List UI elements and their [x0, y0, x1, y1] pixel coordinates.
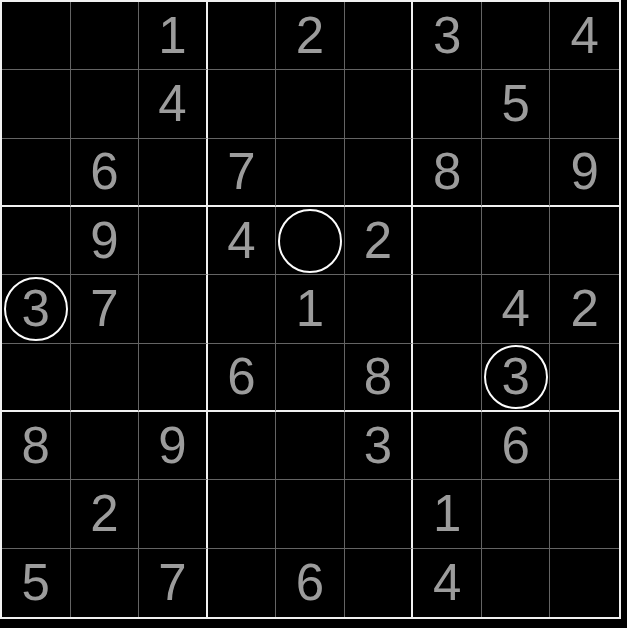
cell-r8c7[interactable]: 1 [413, 480, 482, 548]
given-digit: 7 [158, 557, 186, 608]
cell-r5c6[interactable] [345, 275, 414, 343]
cell-r6c1[interactable] [2, 344, 71, 412]
cell-r2c7[interactable] [413, 70, 482, 138]
cell-r4c6[interactable]: 2 [345, 207, 414, 275]
cell-r5c1[interactable]: 3 [2, 275, 71, 343]
cell-r2c5[interactable] [276, 70, 345, 138]
cell-r7c6[interactable]: 3 [345, 412, 414, 480]
cell-r9c6[interactable] [345, 549, 414, 617]
cell-r3c1[interactable] [2, 139, 71, 207]
cell-r6c7[interactable] [413, 344, 482, 412]
cell-r1c8[interactable] [482, 2, 551, 70]
cell-r5c9[interactable]: 2 [550, 275, 619, 343]
given-digit: 1 [296, 283, 324, 334]
cell-r7c5[interactable] [276, 412, 345, 480]
given-digit: 4 [433, 557, 461, 608]
cell-r6c3[interactable] [139, 344, 208, 412]
cell-r5c2[interactable]: 7 [71, 275, 140, 343]
given-digit: 4 [158, 78, 186, 129]
cell-r7c3[interactable]: 9 [139, 412, 208, 480]
highlight-circle [278, 209, 342, 273]
cell-r4c9[interactable] [550, 207, 619, 275]
cell-r3c2[interactable]: 6 [71, 139, 140, 207]
cell-r2c8[interactable]: 5 [482, 70, 551, 138]
cell-r3c6[interactable] [345, 139, 414, 207]
cell-r5c8[interactable]: 4 [482, 275, 551, 343]
cell-r1c1[interactable] [2, 2, 71, 70]
cell-r6c4[interactable]: 6 [208, 344, 277, 412]
cell-r5c7[interactable] [413, 275, 482, 343]
cell-r7c9[interactable] [550, 412, 619, 480]
given-digit: 8 [22, 420, 50, 471]
cell-r8c1[interactable] [2, 480, 71, 548]
given-digit: 8 [364, 351, 392, 402]
given-digit: 7 [227, 146, 255, 197]
given-digit: 5 [501, 78, 529, 129]
cell-r6c8[interactable]: 3 [482, 344, 551, 412]
cell-r9c3[interactable]: 7 [139, 549, 208, 617]
cell-r8c3[interactable] [139, 480, 208, 548]
cell-r9c1[interactable]: 5 [2, 549, 71, 617]
given-digit: 2 [364, 215, 392, 266]
given-digit: 4 [227, 215, 255, 266]
given-digit: 8 [433, 146, 461, 197]
cell-r6c2[interactable] [71, 344, 140, 412]
cell-r5c4[interactable] [208, 275, 277, 343]
cell-r4c5[interactable] [276, 207, 345, 275]
cell-r8c6[interactable] [345, 480, 414, 548]
cell-r8c8[interactable] [482, 480, 551, 548]
cell-r4c2[interactable]: 9 [71, 207, 140, 275]
cell-r9c9[interactable] [550, 549, 619, 617]
cell-r8c9[interactable] [550, 480, 619, 548]
given-digit: 6 [501, 420, 529, 471]
cell-r1c9[interactable]: 4 [550, 2, 619, 70]
cell-r9c2[interactable] [71, 549, 140, 617]
cell-r2c3[interactable]: 4 [139, 70, 208, 138]
cell-r1c4[interactable] [208, 2, 277, 70]
given-digit: 5 [22, 557, 50, 608]
cell-r7c7[interactable] [413, 412, 482, 480]
cell-r3c8[interactable] [482, 139, 551, 207]
cell-r8c4[interactable] [208, 480, 277, 548]
cell-r7c8[interactable]: 6 [482, 412, 551, 480]
cell-r5c5[interactable]: 1 [276, 275, 345, 343]
given-digit: 3 [22, 283, 50, 334]
cell-r2c6[interactable] [345, 70, 414, 138]
cell-r4c1[interactable] [2, 207, 71, 275]
cell-r4c3[interactable] [139, 207, 208, 275]
given-digit: 6 [227, 351, 255, 402]
cell-r2c1[interactable] [2, 70, 71, 138]
given-digit: 3 [433, 10, 461, 61]
given-digit: 3 [501, 351, 529, 402]
given-digit: 6 [296, 557, 324, 608]
given-digit: 6 [90, 146, 118, 197]
given-digit: 9 [158, 420, 186, 471]
cell-r4c8[interactable] [482, 207, 551, 275]
cell-r8c2[interactable]: 2 [71, 480, 140, 548]
given-digit: 9 [90, 215, 118, 266]
cell-r1c3[interactable]: 1 [139, 2, 208, 70]
given-digit: 2 [296, 10, 324, 61]
cell-r3c7[interactable]: 8 [413, 139, 482, 207]
given-digit: 1 [158, 10, 186, 61]
given-digit: 9 [571, 146, 599, 197]
cell-r4c7[interactable] [413, 207, 482, 275]
cell-r9c4[interactable] [208, 549, 277, 617]
given-digit: 3 [364, 420, 392, 471]
sudoku-board: 1234456789942371426838936215764 [0, 0, 621, 619]
cell-r2c4[interactable] [208, 70, 277, 138]
cell-r7c4[interactable] [208, 412, 277, 480]
cell-r7c1[interactable]: 8 [2, 412, 71, 480]
given-digit: 1 [433, 488, 461, 539]
cell-r9c8[interactable] [482, 549, 551, 617]
given-digit: 2 [90, 488, 118, 539]
cell-r1c2[interactable] [71, 2, 140, 70]
cell-r3c4[interactable]: 7 [208, 139, 277, 207]
cell-r9c5[interactable]: 6 [276, 549, 345, 617]
cell-r9c7[interactable]: 4 [413, 549, 482, 617]
cell-r8c5[interactable] [276, 480, 345, 548]
cell-r5c3[interactable] [139, 275, 208, 343]
cell-r1c7[interactable]: 3 [413, 2, 482, 70]
cell-r6c9[interactable] [550, 344, 619, 412]
cell-r6c5[interactable] [276, 344, 345, 412]
given-digit: 2 [571, 283, 599, 334]
sudoku-page: 1234456789942371426838936215764 [0, 0, 627, 628]
cell-r3c9[interactable]: 9 [550, 139, 619, 207]
cell-r1c6[interactable] [345, 2, 414, 70]
cell-r2c9[interactable] [550, 70, 619, 138]
cell-r3c3[interactable] [139, 139, 208, 207]
cell-r4c4[interactable]: 4 [208, 207, 277, 275]
cell-r2c2[interactable] [71, 70, 140, 138]
given-digit: 4 [571, 10, 599, 61]
cell-r1c5[interactable]: 2 [276, 2, 345, 70]
given-digit: 7 [90, 283, 118, 334]
cell-r7c2[interactable] [71, 412, 140, 480]
cell-r3c5[interactable] [276, 139, 345, 207]
cell-r6c6[interactable]: 8 [345, 344, 414, 412]
given-digit: 4 [501, 283, 529, 334]
